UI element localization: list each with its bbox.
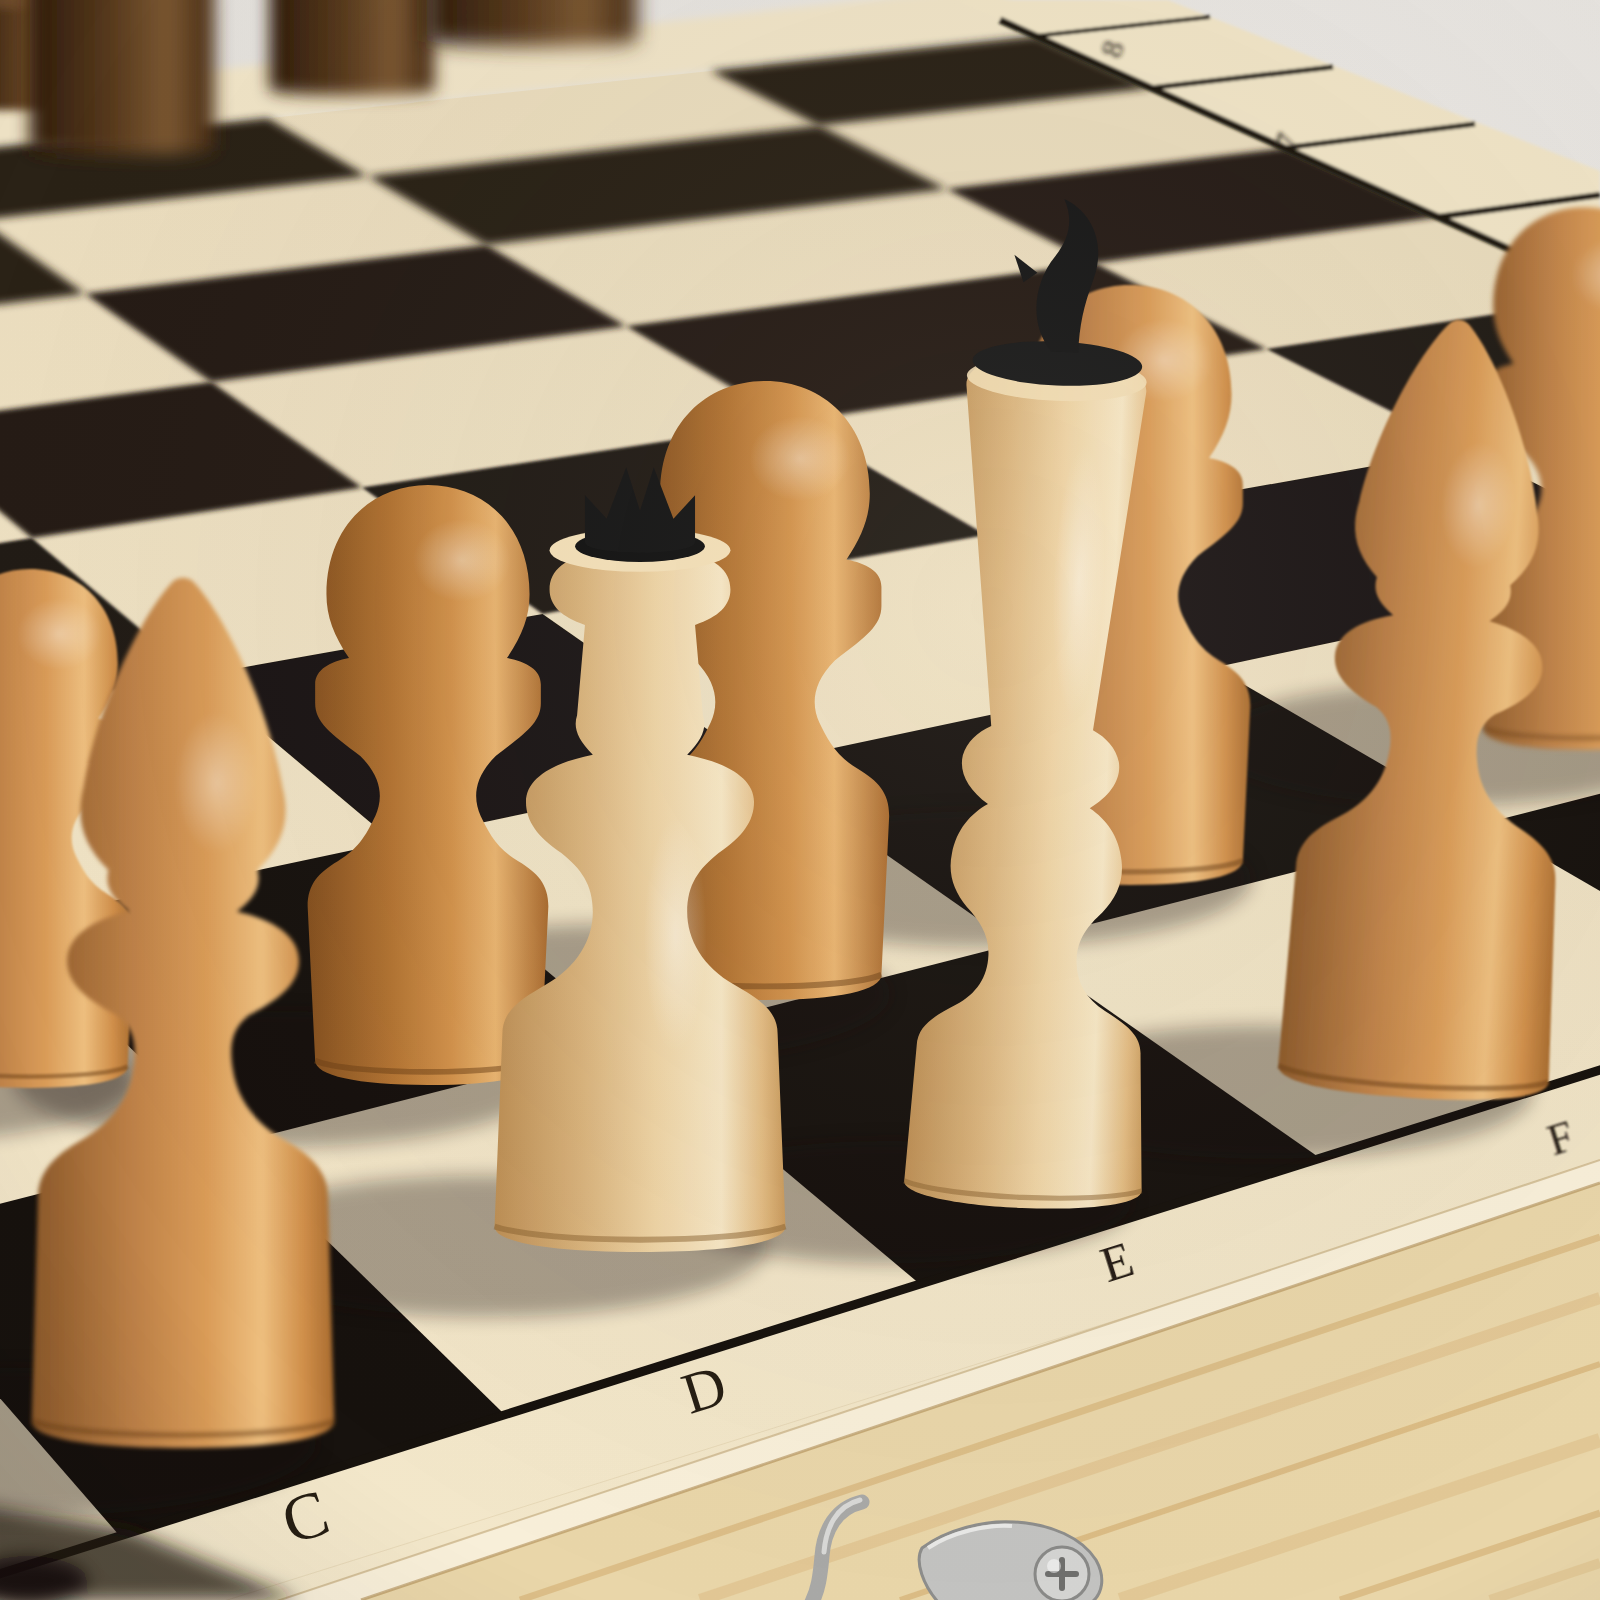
black-piece-blurred-base--f8: [29, 0, 214, 155]
chess-photo-scene: CDEF87: [0, 0, 1600, 1600]
black-piece-blurred-base--g8: [269, 0, 434, 95]
chessboard-photo-svg: CDEF87: [0, 0, 1600, 1600]
black-piece-blurred-base--h8: [427, 0, 637, 46]
